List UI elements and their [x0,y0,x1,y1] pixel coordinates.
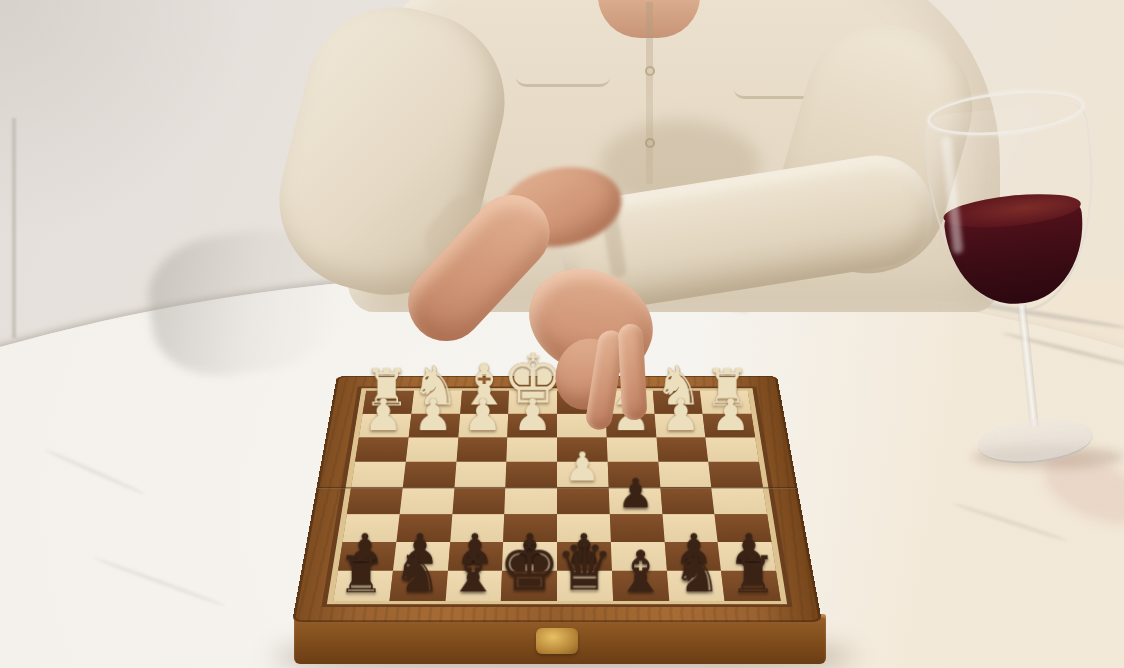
black-knight-g8: ♞ [393,546,442,600]
square-e2: ♟ [507,414,557,438]
white-pawn-h2: ♟ [364,393,403,437]
chess-board: ♜♞♝♚♛♝♞♜♟♟♟♟♟♟♟♟♟♟♟♟♟♟♟♟♜♞♝♚♛♝♞♜ [292,376,822,622]
black-pawn-c5: ♟ [618,473,655,514]
board-fold-seam [316,487,797,489]
white-pawn-a2: ♟ [711,393,750,437]
square-e8: ♚ [501,571,557,601]
square-e3 [507,437,557,462]
square-b2: ♟ [654,414,705,438]
photo-scene: ♜♞♝♚♛♝♞♜♟♟♟♟♟♟♟♟♟♟♟♟♟♟♟♟♜♞♝♚♛♝♞♜ [0,0,1124,668]
square-c3 [607,437,658,462]
black-rook-h8: ♜ [338,549,384,600]
black-queen-d8: ♛ [556,535,614,600]
square-c8: ♝ [612,571,669,601]
square-h3 [355,437,408,462]
square-g8: ♞ [389,571,447,601]
square-b8: ♞ [666,571,724,601]
black-knight-b8: ♞ [672,546,721,600]
white-pawn-d4: ♟ [565,447,601,487]
wall-frame-line [12,118,16,338]
square-h2: ♟ [359,414,411,438]
black-rook-a8: ♜ [730,549,776,600]
square-a2: ♟ [703,414,755,438]
square-f3 [456,437,507,462]
black-bishop-f8: ♝ [448,543,499,600]
glass-foot [975,413,1095,469]
black-king-e8: ♚ [498,532,560,601]
glass-stem [1017,305,1039,427]
white-pawn-f2: ♟ [463,393,502,437]
white-pawn-e2: ♟ [513,393,552,437]
shirt-button [645,66,655,76]
middle-finger [618,323,648,420]
square-h8: ♜ [333,571,392,601]
white-pawn-g2: ♟ [414,393,453,437]
board-frame: ♜♞♝♚♛♝♞♜♟♟♟♟♟♟♟♟♟♟♟♟♟♟♟♟♜♞♝♚♛♝♞♜ [292,376,822,622]
square-a3 [706,437,759,462]
square-d8: ♛ [557,571,613,601]
square-a8: ♜ [721,571,780,601]
wall-corner-shading [0,0,260,240]
shirt-pocket-left [516,34,610,87]
square-f2: ♟ [458,414,508,438]
black-bishop-c8: ♝ [615,543,666,600]
square-g2: ♟ [408,414,459,438]
brass-clasp [536,628,578,654]
square-g3 [406,437,458,462]
square-b3 [656,437,708,462]
white-pawn-b2: ♟ [661,393,700,437]
square-f8: ♝ [445,571,502,601]
